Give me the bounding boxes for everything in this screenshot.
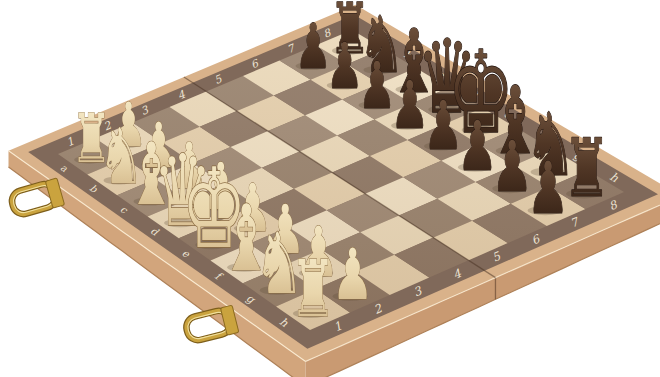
brass-clasp-left <box>9 178 65 219</box>
brass-clasp-right <box>184 305 239 344</box>
chess-set-photo: chess abcdefghabcdefgh1234567812345678♜♟… <box>0 0 660 377</box>
piece-black-rook: ♜ <box>563 122 611 215</box>
chess-board: abcdefghabcdefgh1234567812345678♜♟♞♟♝♟♛♟… <box>0 0 660 377</box>
piece-white-rook: ♜ <box>290 243 336 335</box>
piece-black-pawn: ♟ <box>527 147 569 230</box>
piece-white-pawn: ♟ <box>332 233 374 316</box>
